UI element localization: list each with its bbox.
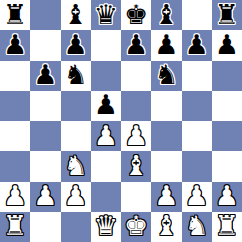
square-a7[interactable]: ♟: [0, 30, 30, 60]
white-pawn-piece[interactable]: ♟: [33, 182, 57, 209]
square-c3[interactable]: ♞: [61, 151, 91, 181]
black-knight-piece[interactable]: ♞: [64, 61, 88, 88]
white-pawn-piece[interactable]: ♟: [124, 122, 148, 149]
square-a2[interactable]: ♟: [0, 182, 30, 212]
square-d2[interactable]: [91, 182, 121, 212]
square-b3[interactable]: [30, 151, 60, 181]
black-queen-piece[interactable]: ♛: [94, 1, 118, 28]
chess-board: ♜♝♛♚♝♜♟♟♟♟♟♟♟♞♞♟♟♟♞♝♟♟♟♟♟♟♜♛♚♝♞♜: [0, 0, 242, 242]
square-e5[interactable]: [121, 91, 151, 121]
square-f1[interactable]: ♝: [151, 212, 181, 242]
square-b8[interactable]: [30, 0, 60, 30]
white-rook-piece[interactable]: ♜: [3, 212, 27, 239]
square-a8[interactable]: ♜: [0, 0, 30, 30]
square-b2[interactable]: ♟: [30, 182, 60, 212]
white-pawn-piece[interactable]: ♟: [3, 182, 27, 209]
square-h8[interactable]: ♜: [212, 0, 242, 30]
square-a3[interactable]: [0, 151, 30, 181]
square-g7[interactable]: ♟: [182, 30, 212, 60]
black-knight-piece[interactable]: ♞: [154, 61, 178, 88]
square-b4[interactable]: [30, 121, 60, 151]
square-f8[interactable]: ♝: [151, 0, 181, 30]
square-e1[interactable]: ♚: [121, 212, 151, 242]
square-g6[interactable]: [182, 61, 212, 91]
square-h3[interactable]: [212, 151, 242, 181]
black-pawn-piece[interactable]: ♟: [33, 61, 57, 88]
square-a5[interactable]: [0, 91, 30, 121]
square-b7[interactable]: [30, 30, 60, 60]
black-pawn-piece[interactable]: ♟: [64, 31, 88, 58]
square-h6[interactable]: [212, 61, 242, 91]
square-g8[interactable]: [182, 0, 212, 30]
black-pawn-piece[interactable]: ♟: [215, 31, 239, 58]
black-pawn-piece[interactable]: ♟: [124, 31, 148, 58]
black-pawn-piece[interactable]: ♟: [154, 31, 178, 58]
square-h7[interactable]: ♟: [212, 30, 242, 60]
square-h4[interactable]: [212, 121, 242, 151]
black-king-piece[interactable]: ♚: [124, 1, 148, 28]
square-c1[interactable]: [61, 212, 91, 242]
square-a1[interactable]: ♜: [0, 212, 30, 242]
white-pawn-piece[interactable]: ♟: [154, 182, 178, 209]
square-d4[interactable]: ♟: [91, 121, 121, 151]
white-bishop-piece[interactable]: ♝: [154, 212, 178, 239]
square-c7[interactable]: ♟: [61, 30, 91, 60]
square-d7[interactable]: [91, 30, 121, 60]
square-d1[interactable]: ♛: [91, 212, 121, 242]
white-pawn-piece[interactable]: ♟: [185, 182, 209, 209]
square-b6[interactable]: ♟: [30, 61, 60, 91]
square-d3[interactable]: [91, 151, 121, 181]
square-h2[interactable]: ♟: [212, 182, 242, 212]
white-bishop-piece[interactable]: ♝: [124, 152, 148, 179]
square-d5[interactable]: ♟: [91, 91, 121, 121]
black-pawn-piece[interactable]: ♟: [94, 91, 118, 118]
square-c5[interactable]: [61, 91, 91, 121]
square-c2[interactable]: ♟: [61, 182, 91, 212]
square-f2[interactable]: ♟: [151, 182, 181, 212]
square-f3[interactable]: [151, 151, 181, 181]
square-a6[interactable]: [0, 61, 30, 91]
black-bishop-piece[interactable]: ♝: [64, 1, 88, 28]
white-king-piece[interactable]: ♚: [124, 212, 148, 239]
square-e4[interactable]: ♟: [121, 121, 151, 151]
square-c6[interactable]: ♞: [61, 61, 91, 91]
black-rook-piece[interactable]: ♜: [3, 1, 27, 28]
square-g2[interactable]: ♟: [182, 182, 212, 212]
square-f4[interactable]: [151, 121, 181, 151]
square-c4[interactable]: [61, 121, 91, 151]
square-f5[interactable]: [151, 91, 181, 121]
square-g4[interactable]: [182, 121, 212, 151]
square-f7[interactable]: ♟: [151, 30, 181, 60]
black-pawn-piece[interactable]: ♟: [185, 31, 209, 58]
square-c8[interactable]: ♝: [61, 0, 91, 30]
square-e3[interactable]: ♝: [121, 151, 151, 181]
square-h1[interactable]: ♜: [212, 212, 242, 242]
black-rook-piece[interactable]: ♜: [215, 1, 239, 28]
square-f6[interactable]: ♞: [151, 61, 181, 91]
square-d8[interactable]: ♛: [91, 0, 121, 30]
white-pawn-piece[interactable]: ♟: [215, 182, 239, 209]
white-queen-piece[interactable]: ♛: [94, 212, 118, 239]
black-bishop-piece[interactable]: ♝: [154, 1, 178, 28]
white-knight-piece[interactable]: ♞: [185, 212, 209, 239]
white-pawn-piece[interactable]: ♟: [94, 122, 118, 149]
square-g1[interactable]: ♞: [182, 212, 212, 242]
square-g5[interactable]: [182, 91, 212, 121]
white-rook-piece[interactable]: ♜: [215, 212, 239, 239]
square-e2[interactable]: [121, 182, 151, 212]
square-e7[interactable]: ♟: [121, 30, 151, 60]
square-b5[interactable]: [30, 91, 60, 121]
square-h5[interactable]: [212, 91, 242, 121]
white-knight-piece[interactable]: ♞: [64, 152, 88, 179]
square-g3[interactable]: [182, 151, 212, 181]
white-pawn-piece[interactable]: ♟: [64, 182, 88, 209]
square-d6[interactable]: [91, 61, 121, 91]
square-e6[interactable]: [121, 61, 151, 91]
square-b1[interactable]: [30, 212, 60, 242]
square-a4[interactable]: [0, 121, 30, 151]
black-pawn-piece[interactable]: ♟: [3, 31, 27, 58]
square-e8[interactable]: ♚: [121, 0, 151, 30]
